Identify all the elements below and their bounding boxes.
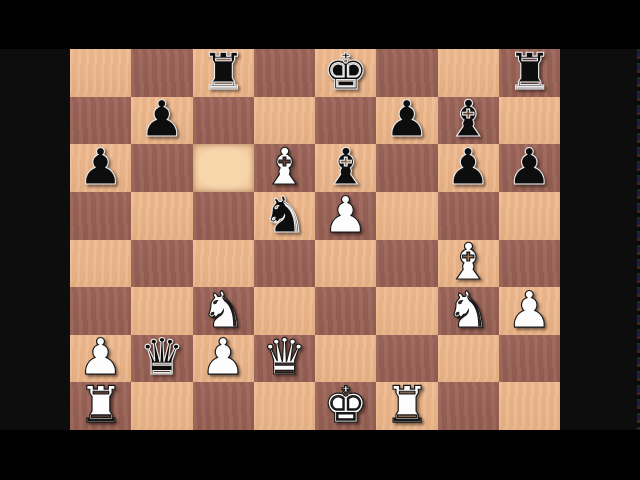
black-pawn-a6[interactable]: ♟ — [78, 142, 123, 192]
square-f3[interactable] — [376, 287, 437, 335]
square-a5[interactable] — [70, 192, 131, 240]
square-f7[interactable]: ♟ — [376, 97, 437, 145]
black-rook-h8[interactable]: ♜ — [507, 47, 552, 97]
square-b1[interactable] — [131, 382, 192, 430]
square-c4[interactable] — [193, 240, 254, 288]
white-pawn-e5[interactable]: ♟ — [323, 190, 368, 240]
square-a8[interactable] — [70, 49, 131, 97]
square-b5[interactable] — [131, 192, 192, 240]
square-a4[interactable] — [70, 240, 131, 288]
square-g2[interactable] — [438, 335, 499, 383]
square-f6[interactable] — [376, 144, 437, 192]
black-bishop-e6[interactable]: ♝ — [323, 142, 368, 192]
white-pawn-c2[interactable]: ♟ — [201, 332, 246, 382]
black-pawn-h6[interactable]: ♟ — [507, 142, 552, 192]
square-d2[interactable]: ♛ — [254, 335, 315, 383]
white-pawn-a2[interactable]: ♟ — [78, 332, 123, 382]
square-a1[interactable]: ♜ — [70, 382, 131, 430]
chess-board: ♜♚♜♟♟♝♟♝♝♟♟♞♟♝♞♞♟♟♛♟♛♜♚♜ — [70, 49, 560, 430]
white-bishop-d6[interactable]: ♝ — [262, 142, 307, 192]
square-e5[interactable]: ♟ — [315, 192, 376, 240]
white-king-e1[interactable]: ♚ — [323, 380, 368, 430]
square-c7[interactable] — [193, 97, 254, 145]
black-king-e8[interactable]: ♚ — [323, 47, 368, 97]
square-g6[interactable]: ♟ — [438, 144, 499, 192]
square-d1[interactable] — [254, 382, 315, 430]
square-d4[interactable] — [254, 240, 315, 288]
black-rook-c8[interactable]: ♜ — [201, 47, 246, 97]
black-pawn-f7[interactable]: ♟ — [384, 94, 429, 144]
square-g4[interactable]: ♝ — [438, 240, 499, 288]
square-c6[interactable] — [193, 144, 254, 192]
square-e8[interactable]: ♚ — [315, 49, 376, 97]
square-b2[interactable]: ♛ — [131, 335, 192, 383]
square-c1[interactable] — [193, 382, 254, 430]
square-h2[interactable] — [499, 335, 560, 383]
square-f5[interactable] — [376, 192, 437, 240]
video-frame: ♜♚♜♟♟♝♟♝♝♟♟♞♟♝♞♞♟♟♛♟♛♜♚♜ — [0, 0, 640, 480]
black-pawn-g6[interactable]: ♟ — [446, 142, 491, 192]
square-a6[interactable]: ♟ — [70, 144, 131, 192]
square-h1[interactable] — [499, 382, 560, 430]
square-e6[interactable]: ♝ — [315, 144, 376, 192]
square-h3[interactable]: ♟ — [499, 287, 560, 335]
square-g3[interactable]: ♞ — [438, 287, 499, 335]
square-d8[interactable] — [254, 49, 315, 97]
square-f1[interactable]: ♜ — [376, 382, 437, 430]
square-e4[interactable] — [315, 240, 376, 288]
white-bishop-g4[interactable]: ♝ — [446, 237, 491, 287]
square-h5[interactable] — [499, 192, 560, 240]
square-d5[interactable]: ♞ — [254, 192, 315, 240]
square-d6[interactable]: ♝ — [254, 144, 315, 192]
square-g1[interactable] — [438, 382, 499, 430]
square-e3[interactable] — [315, 287, 376, 335]
square-f4[interactable] — [376, 240, 437, 288]
square-c2[interactable]: ♟ — [193, 335, 254, 383]
white-knight-g3[interactable]: ♞ — [446, 285, 491, 335]
black-pawn-b7[interactable]: ♟ — [139, 94, 184, 144]
white-queen-d2[interactable]: ♛ — [262, 332, 307, 382]
square-h6[interactable]: ♟ — [499, 144, 560, 192]
white-pawn-h3[interactable]: ♟ — [507, 285, 552, 335]
square-c5[interactable] — [193, 192, 254, 240]
square-h4[interactable] — [499, 240, 560, 288]
white-rook-f1[interactable]: ♜ — [384, 380, 429, 430]
square-c8[interactable]: ♜ — [193, 49, 254, 97]
square-h8[interactable]: ♜ — [499, 49, 560, 97]
black-bishop-g7[interactable]: ♝ — [446, 94, 491, 144]
square-b6[interactable] — [131, 144, 192, 192]
square-b4[interactable] — [131, 240, 192, 288]
white-rook-a1[interactable]: ♜ — [78, 380, 123, 430]
square-e1[interactable]: ♚ — [315, 382, 376, 430]
white-knight-c3[interactable]: ♞ — [201, 285, 246, 335]
black-queen-b2[interactable]: ♛ — [139, 332, 184, 382]
square-b7[interactable]: ♟ — [131, 97, 192, 145]
black-knight-d5[interactable]: ♞ — [262, 190, 307, 240]
